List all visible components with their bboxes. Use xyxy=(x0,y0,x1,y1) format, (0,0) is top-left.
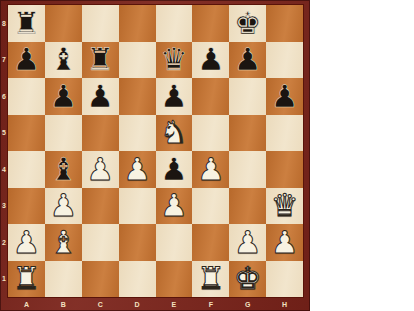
square-a8[interactable]: ♜ xyxy=(8,5,45,42)
square-f1[interactable]: ♜ xyxy=(192,261,229,298)
square-b5[interactable] xyxy=(45,115,82,152)
empty-right-margin xyxy=(310,0,414,311)
rank-label-8: 8 xyxy=(0,5,8,42)
square-f7[interactable]: ♟ xyxy=(192,42,229,79)
square-c7[interactable]: ♜ xyxy=(82,42,119,79)
square-f5[interactable] xyxy=(192,115,229,152)
square-c2[interactable] xyxy=(82,224,119,261)
square-b2[interactable]: ♝ xyxy=(45,224,82,261)
rank-label-3: 3 xyxy=(0,188,8,225)
black-bishop[interactable]: ♝ xyxy=(49,44,77,75)
square-c1[interactable] xyxy=(82,261,119,298)
square-h7[interactable] xyxy=(266,42,303,79)
black-pawn[interactable]: ♟ xyxy=(13,44,41,75)
square-d7[interactable] xyxy=(119,42,156,79)
black-king[interactable]: ♚ xyxy=(234,8,262,39)
square-f2[interactable] xyxy=(192,224,229,261)
square-h3[interactable]: ♛ xyxy=(266,188,303,225)
rank-labels-column: 8 7 6 5 4 3 2 1 xyxy=(0,5,8,297)
square-h6[interactable]: ♟ xyxy=(266,78,303,115)
white-pawn[interactable]: ♟ xyxy=(271,227,299,258)
chess-board: ♜♚♟♝♜♛♟♟♟♟♟♟♞♝♟♟♟♟♟♟♛♟♝♟♟♜♜♚ xyxy=(8,5,303,297)
square-d1[interactable] xyxy=(119,261,156,298)
file-label-f: F xyxy=(192,297,229,311)
black-pawn[interactable]: ♟ xyxy=(160,154,188,185)
square-g5[interactable] xyxy=(229,115,266,152)
square-h8[interactable] xyxy=(266,5,303,42)
chess-board-frame: 8 7 6 5 4 3 2 1 ♜♚♟♝♜♛♟♟♟♟♟♟♞♝♟♟♟♟♟♟♛♟♝♟… xyxy=(0,0,310,311)
square-e8[interactable] xyxy=(156,5,193,42)
square-f4[interactable]: ♟ xyxy=(192,151,229,188)
square-h2[interactable]: ♟ xyxy=(266,224,303,261)
square-d6[interactable] xyxy=(119,78,156,115)
square-e2[interactable] xyxy=(156,224,193,261)
black-rook[interactable]: ♜ xyxy=(86,44,114,75)
file-labels-row: A B C D E F G H xyxy=(8,297,303,311)
black-pawn[interactable]: ♟ xyxy=(234,44,262,75)
white-pawn[interactable]: ♟ xyxy=(123,154,151,185)
rank-label-2: 2 xyxy=(0,224,8,261)
white-rook[interactable]: ♜ xyxy=(197,263,225,294)
square-a1[interactable]: ♜ xyxy=(8,261,45,298)
square-e6[interactable]: ♟ xyxy=(156,78,193,115)
black-queen[interactable]: ♛ xyxy=(160,44,188,75)
square-h1[interactable] xyxy=(266,261,303,298)
white-king[interactable]: ♚ xyxy=(234,263,262,294)
white-pawn[interactable]: ♟ xyxy=(13,227,41,258)
square-d2[interactable] xyxy=(119,224,156,261)
square-c5[interactable] xyxy=(82,115,119,152)
square-f3[interactable] xyxy=(192,188,229,225)
square-d5[interactable] xyxy=(119,115,156,152)
file-label-b: B xyxy=(45,297,82,311)
white-knight[interactable]: ♞ xyxy=(160,117,188,148)
file-label-d: D xyxy=(119,297,156,311)
square-h5[interactable] xyxy=(266,115,303,152)
white-pawn[interactable]: ♟ xyxy=(197,154,225,185)
black-pawn[interactable]: ♟ xyxy=(271,81,299,112)
square-e5[interactable]: ♞ xyxy=(156,115,193,152)
file-label-h: H xyxy=(266,297,303,311)
square-d4[interactable]: ♟ xyxy=(119,151,156,188)
file-label-a: A xyxy=(8,297,45,311)
square-g6[interactable] xyxy=(229,78,266,115)
square-e7[interactable]: ♛ xyxy=(156,42,193,79)
black-pawn[interactable]: ♟ xyxy=(197,44,225,75)
square-g7[interactable]: ♟ xyxy=(229,42,266,79)
square-a3[interactable] xyxy=(8,188,45,225)
square-b4[interactable]: ♝ xyxy=(45,151,82,188)
white-pawn[interactable]: ♟ xyxy=(160,190,188,221)
black-pawn[interactable]: ♟ xyxy=(49,81,77,112)
black-rook[interactable]: ♜ xyxy=(13,8,41,39)
square-b1[interactable] xyxy=(45,261,82,298)
square-b3[interactable]: ♟ xyxy=(45,188,82,225)
black-pawn[interactable]: ♟ xyxy=(86,81,114,112)
square-c6[interactable]: ♟ xyxy=(82,78,119,115)
square-g1[interactable]: ♚ xyxy=(229,261,266,298)
square-a4[interactable] xyxy=(8,151,45,188)
black-pawn[interactable]: ♟ xyxy=(160,81,188,112)
rank-label-7: 7 xyxy=(0,42,8,79)
square-b6[interactable]: ♟ xyxy=(45,78,82,115)
square-c8[interactable] xyxy=(82,5,119,42)
square-d3[interactable] xyxy=(119,188,156,225)
square-c3[interactable] xyxy=(82,188,119,225)
rank-label-1: 1 xyxy=(0,261,8,298)
white-pawn[interactable]: ♟ xyxy=(86,154,114,185)
rank-label-5: 5 xyxy=(0,115,8,152)
page-background: 8 7 6 5 4 3 2 1 ♜♚♟♝♜♛♟♟♟♟♟♟♞♝♟♟♟♟♟♟♛♟♝♟… xyxy=(0,0,414,311)
white-rook[interactable]: ♜ xyxy=(13,263,41,294)
square-h4[interactable] xyxy=(266,151,303,188)
white-queen[interactable]: ♛ xyxy=(271,190,299,221)
square-e4[interactable]: ♟ xyxy=(156,151,193,188)
square-g2[interactable]: ♟ xyxy=(229,224,266,261)
square-c4[interactable]: ♟ xyxy=(82,151,119,188)
white-pawn[interactable]: ♟ xyxy=(234,227,262,258)
square-f6[interactable] xyxy=(192,78,229,115)
black-bishop[interactable]: ♝ xyxy=(49,154,77,185)
square-b7[interactable]: ♝ xyxy=(45,42,82,79)
square-f8[interactable] xyxy=(192,5,229,42)
rank-label-6: 6 xyxy=(0,78,8,115)
white-bishop[interactable]: ♝ xyxy=(49,227,77,258)
square-g4[interactable] xyxy=(229,151,266,188)
file-label-g: G xyxy=(229,297,266,311)
white-pawn[interactable]: ♟ xyxy=(49,190,77,221)
square-e3[interactable]: ♟ xyxy=(156,188,193,225)
square-b8[interactable] xyxy=(45,5,82,42)
square-e1[interactable] xyxy=(156,261,193,298)
square-a5[interactable] xyxy=(8,115,45,152)
file-label-e: E xyxy=(156,297,193,311)
square-a7[interactable]: ♟ xyxy=(8,42,45,79)
square-d8[interactable] xyxy=(119,5,156,42)
square-g3[interactable] xyxy=(229,188,266,225)
square-g8[interactable]: ♚ xyxy=(229,5,266,42)
square-a2[interactable]: ♟ xyxy=(8,224,45,261)
file-label-c: C xyxy=(82,297,119,311)
square-a6[interactable] xyxy=(8,78,45,115)
rank-label-4: 4 xyxy=(0,151,8,188)
